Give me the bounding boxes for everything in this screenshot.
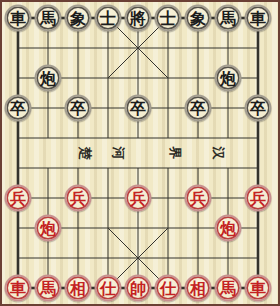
red-chariot-piece[interactable]: 車 <box>5 275 32 302</box>
piece-glyph: 將 <box>130 10 146 26</box>
piece-glyph: 帥 <box>130 280 146 296</box>
black-general-piece[interactable]: 將 <box>125 5 152 32</box>
red-cannon-piece[interactable]: 炮 <box>35 215 62 242</box>
black-elephant-piece[interactable]: 象 <box>65 5 92 32</box>
piece-glyph: 車 <box>10 280 26 296</box>
piece-glyph: 士 <box>100 10 116 26</box>
river-label: 界 <box>166 147 184 160</box>
piece-glyph: 卒 <box>70 100 86 116</box>
red-advisor-piece[interactable]: 仕 <box>95 275 122 302</box>
piece-glyph: 炮 <box>40 220 56 236</box>
piece-glyph: 卒 <box>130 100 146 116</box>
piece-glyph: 卒 <box>10 100 26 116</box>
red-soldier-piece[interactable]: 兵 <box>125 185 152 212</box>
red-chariot-piece[interactable]: 車 <box>245 275 272 302</box>
red-soldier-piece[interactable]: 兵 <box>185 185 212 212</box>
piece-glyph: 卒 <box>190 100 206 116</box>
piece-glyph: 卒 <box>250 100 266 116</box>
piece-glyph: 炮 <box>40 70 56 86</box>
piece-glyph: 炮 <box>220 70 236 86</box>
black-advisor-piece[interactable]: 士 <box>95 5 122 32</box>
red-horse-piece[interactable]: 馬 <box>35 275 62 302</box>
black-elephant-piece[interactable]: 象 <box>185 5 212 32</box>
piece-glyph: 炮 <box>220 220 236 236</box>
black-soldier-piece[interactable]: 卒 <box>5 95 32 122</box>
piece-glyph: 兵 <box>190 190 206 206</box>
red-soldier-piece[interactable]: 兵 <box>245 185 272 212</box>
piece-glyph: 仕 <box>100 280 116 296</box>
black-soldier-piece[interactable]: 卒 <box>185 95 212 122</box>
red-cannon-piece[interactable]: 炮 <box>215 215 242 242</box>
black-horse-piece[interactable]: 馬 <box>215 5 242 32</box>
piece-glyph: 相 <box>190 280 206 296</box>
black-chariot-piece[interactable]: 車 <box>5 5 32 32</box>
black-soldier-piece[interactable]: 卒 <box>125 95 152 122</box>
piece-glyph: 兵 <box>130 190 146 206</box>
red-elephant-piece[interactable]: 相 <box>65 275 92 302</box>
red-soldier-piece[interactable]: 兵 <box>65 185 92 212</box>
piece-glyph: 相 <box>70 280 86 296</box>
river-label: 楚 <box>76 147 94 160</box>
piece-glyph: 馬 <box>220 280 236 296</box>
piece-glyph: 兵 <box>70 190 86 206</box>
piece-glyph: 兵 <box>10 190 26 206</box>
board-grid <box>0 0 280 306</box>
piece-glyph: 馬 <box>40 280 56 296</box>
black-soldier-piece[interactable]: 卒 <box>245 95 272 122</box>
red-general-piece[interactable]: 帥 <box>125 275 152 302</box>
red-elephant-piece[interactable]: 相 <box>185 275 212 302</box>
vertical-lines <box>48 18 228 288</box>
red-soldier-piece[interactable]: 兵 <box>5 185 32 212</box>
piece-glyph: 象 <box>70 10 86 26</box>
piece-glyph: 車 <box>10 10 26 26</box>
piece-glyph: 兵 <box>250 190 266 206</box>
black-cannon-piece[interactable]: 炮 <box>215 65 242 92</box>
black-cannon-piece[interactable]: 炮 <box>35 65 62 92</box>
piece-glyph: 仕 <box>160 280 176 296</box>
piece-glyph: 士 <box>160 10 176 26</box>
piece-glyph: 車 <box>250 280 266 296</box>
red-advisor-piece[interactable]: 仕 <box>155 275 182 302</box>
piece-glyph: 馬 <box>40 10 56 26</box>
red-horse-piece[interactable]: 馬 <box>215 275 242 302</box>
river-label: 汉 <box>209 147 227 160</box>
piece-glyph: 象 <box>190 10 206 26</box>
piece-glyph: 車 <box>250 10 266 26</box>
piece-glyph: 馬 <box>220 10 236 26</box>
black-horse-piece[interactable]: 馬 <box>35 5 62 32</box>
black-advisor-piece[interactable]: 士 <box>155 5 182 32</box>
river-label: 河 <box>109 147 127 160</box>
xiangqi-board: 楚河界汉 車馬象士將士象馬車炮炮卒卒卒卒卒兵兵兵兵兵炮炮車馬相仕帥仕相馬車 <box>0 0 280 306</box>
black-soldier-piece[interactable]: 卒 <box>65 95 92 122</box>
black-chariot-piece[interactable]: 車 <box>245 5 272 32</box>
